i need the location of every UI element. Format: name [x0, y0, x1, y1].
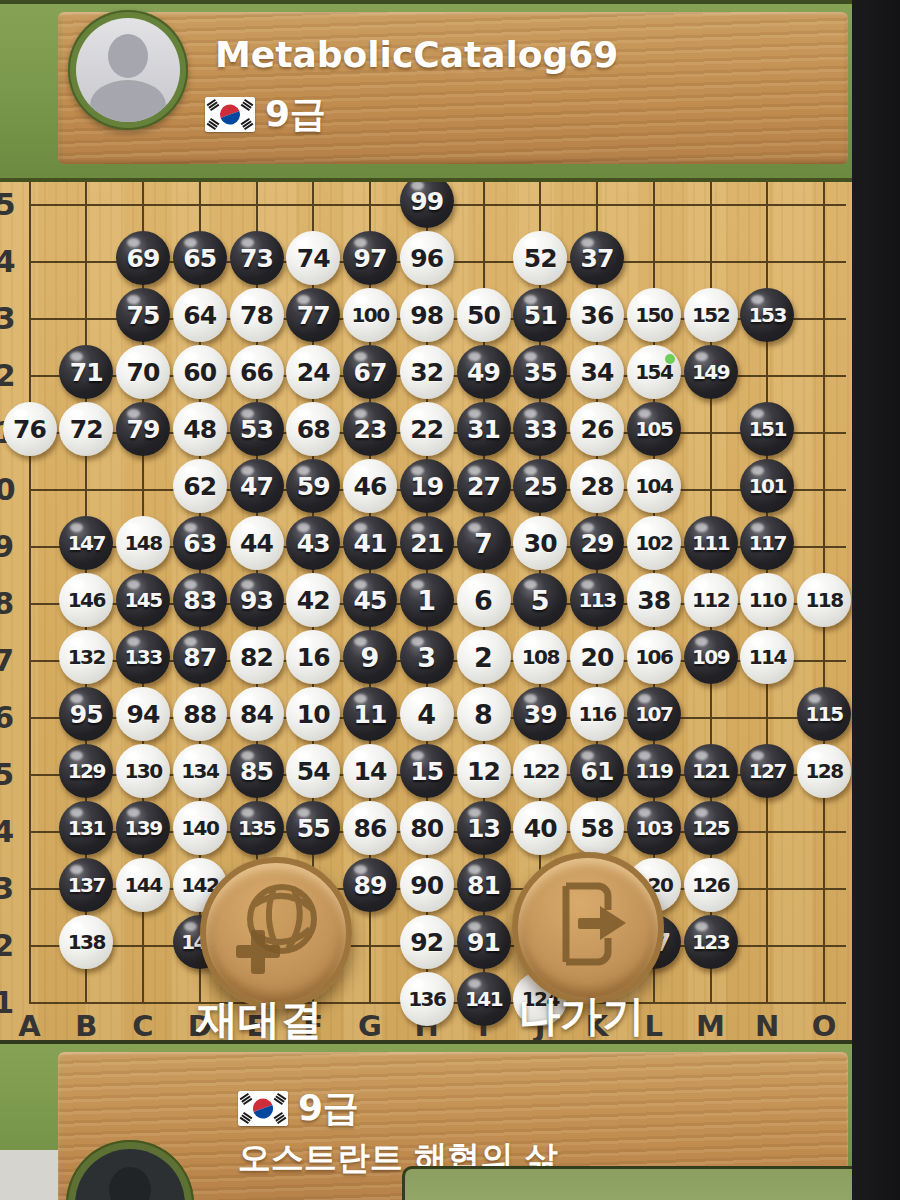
- stone-H10: 19: [400, 459, 454, 513]
- stone-N5: 127: [740, 744, 794, 798]
- stone-highlight: [468, 865, 481, 874]
- stone-J10: 25: [513, 459, 567, 513]
- stone-highlight: [184, 580, 197, 589]
- stone-J6: 39: [513, 687, 567, 741]
- stone-I8: 6: [457, 573, 511, 627]
- move-number: 67: [354, 360, 387, 385]
- stone-D8: 83: [173, 573, 227, 627]
- stone-D13: 64: [173, 288, 227, 342]
- move-number: 8: [474, 701, 493, 728]
- move-number: 122: [522, 761, 559, 781]
- stone-C12: 70: [116, 345, 170, 399]
- stone-highlight: [127, 523, 140, 532]
- stone-F10: 59: [286, 459, 340, 513]
- move-number: 39: [524, 702, 557, 727]
- stone-highlight: [354, 637, 367, 646]
- stone-highlight: [638, 808, 651, 817]
- avatar-silhouette-head: [109, 1167, 151, 1200]
- move-number: 25: [524, 474, 557, 499]
- stone-O6: 115: [797, 687, 851, 741]
- move-number: 96: [410, 246, 443, 271]
- move-number: 33: [524, 417, 557, 442]
- row-label-2: 2: [0, 928, 14, 963]
- move-number: 148: [124, 533, 161, 553]
- stone-highlight: [127, 637, 140, 646]
- row-label-15: 15: [0, 187, 14, 222]
- stone-D4: 140: [173, 801, 227, 855]
- stone-H15: 99: [400, 174, 454, 228]
- move-number: 86: [354, 816, 387, 841]
- stone-K8: 113: [570, 573, 624, 627]
- stone-highlight: [411, 295, 424, 304]
- move-number: 79: [127, 417, 160, 442]
- stone-J7: 108: [513, 630, 567, 684]
- stone-I1: 141: [457, 972, 511, 1026]
- exit-door-arrow-icon: [532, 868, 644, 980]
- move-number: 126: [692, 875, 729, 895]
- stone-B3: 137: [59, 858, 113, 912]
- move-number: 119: [635, 761, 672, 781]
- stone-highlight: [241, 523, 254, 532]
- stone-J5: 122: [513, 744, 567, 798]
- col-label-G: G: [350, 1009, 390, 1043]
- move-number: 15: [410, 759, 443, 784]
- stone-L6: 107: [627, 687, 681, 741]
- stone-E11: 53: [230, 402, 284, 456]
- stone-highlight: [695, 751, 708, 760]
- move-number: 131: [68, 818, 105, 838]
- stone-highlight: [241, 238, 254, 247]
- stone-highlight: [354, 352, 367, 361]
- stone-highlight: [184, 637, 197, 646]
- move-number: 78: [240, 303, 273, 328]
- move-number: 55: [297, 816, 330, 841]
- move-number: 52: [524, 246, 557, 271]
- move-number: 113: [578, 590, 615, 610]
- stone-highlight: [184, 694, 197, 703]
- stone-highlight: [695, 352, 708, 361]
- row-label-12: 12: [0, 358, 14, 393]
- move-number: 49: [467, 360, 500, 385]
- stone-D7: 87: [173, 630, 227, 684]
- stone-highlight: [184, 295, 197, 304]
- grid-vline-A: [29, 174, 31, 1004]
- stone-M9: 111: [684, 516, 738, 570]
- stone-G5: 14: [343, 744, 397, 798]
- stone-highlight: [241, 352, 254, 361]
- move-number: 150: [635, 305, 672, 325]
- stone-H7: 3: [400, 630, 454, 684]
- row-label-14: 14: [0, 244, 14, 279]
- move-number: 42: [297, 588, 330, 613]
- stone-highlight: [354, 523, 367, 532]
- stone-H9: 21: [400, 516, 454, 570]
- move-number: 38: [637, 588, 670, 613]
- row-label-9: 9: [0, 529, 14, 564]
- move-number: 23: [354, 417, 387, 442]
- stone-I11: 31: [457, 402, 511, 456]
- move-number: 89: [354, 873, 387, 898]
- stone-B4: 131: [59, 801, 113, 855]
- stone-G7: 9: [343, 630, 397, 684]
- move-number: 6: [474, 587, 493, 614]
- stone-M12: 149: [684, 345, 738, 399]
- opponent-avatar[interactable]: [68, 10, 188, 130]
- stone-highlight: [638, 523, 651, 532]
- stone-C9: 148: [116, 516, 170, 570]
- move-number: 87: [183, 645, 216, 670]
- stone-J14: 52: [513, 231, 567, 285]
- stone-highlight: [581, 466, 594, 475]
- move-number: 9: [361, 644, 380, 671]
- stone-highlight: [638, 751, 651, 760]
- col-label-N: N: [747, 1009, 787, 1043]
- stone-C11: 79: [116, 402, 170, 456]
- stone-C7: 133: [116, 630, 170, 684]
- move-number: 151: [749, 419, 786, 439]
- stone-N13: 153: [740, 288, 794, 342]
- move-number: 63: [183, 531, 216, 556]
- stone-H14: 96: [400, 231, 454, 285]
- move-number: 32: [410, 360, 443, 385]
- stone-highlight: [695, 637, 708, 646]
- move-number: 105: [635, 419, 672, 439]
- col-label-C: C: [123, 1009, 163, 1043]
- stone-F12: 24: [286, 345, 340, 399]
- move-number: 98: [410, 303, 443, 328]
- stone-J4: 40: [513, 801, 567, 855]
- stone-highlight: [411, 922, 424, 931]
- stone-B5: 129: [59, 744, 113, 798]
- move-number: 106: [635, 647, 672, 667]
- move-number: 115: [805, 704, 842, 724]
- stone-highlight: [241, 580, 254, 589]
- move-number: 2: [474, 644, 493, 671]
- stone-E10: 47: [230, 459, 284, 513]
- stone-highlight: [695, 580, 708, 589]
- stone-highlight: [638, 580, 651, 589]
- stone-highlight: [184, 409, 197, 418]
- stone-highlight: [581, 637, 594, 646]
- stone-F9: 43: [286, 516, 340, 570]
- move-number: 149: [692, 362, 729, 382]
- move-number: 90: [410, 873, 443, 898]
- row-label-4: 4: [0, 814, 14, 849]
- stone-G14: 97: [343, 231, 397, 285]
- move-number: 47: [240, 474, 273, 499]
- move-number: 73: [240, 246, 273, 271]
- stone-K7: 20: [570, 630, 624, 684]
- move-number: 138: [68, 932, 105, 952]
- stone-D5: 134: [173, 744, 227, 798]
- move-number: 135: [238, 818, 275, 838]
- stone-highlight: [354, 580, 367, 589]
- stone-E12: 66: [230, 345, 284, 399]
- stone-highlight: [581, 694, 594, 703]
- stone-C6: 94: [116, 687, 170, 741]
- stone-H4: 80: [400, 801, 454, 855]
- move-number: 68: [297, 417, 330, 442]
- move-number: 30: [524, 531, 557, 556]
- move-number: 111: [692, 533, 729, 553]
- move-number: 72: [70, 417, 103, 442]
- move-number: 147: [68, 533, 105, 553]
- move-number: 83: [183, 588, 216, 613]
- screen-edge-dark-strip: [852, 0, 900, 1200]
- stone-F6: 10: [286, 687, 340, 741]
- korea-flag-icon: [205, 97, 255, 132]
- stone-highlight: [468, 352, 481, 361]
- move-number: 34: [581, 360, 614, 385]
- move-number: 31: [467, 417, 500, 442]
- move-number: 109: [692, 647, 729, 667]
- stone-M5: 121: [684, 744, 738, 798]
- move-number: 48: [183, 417, 216, 442]
- col-label-M: M: [691, 1009, 731, 1043]
- stone-M13: 152: [684, 288, 738, 342]
- move-number: 35: [524, 360, 557, 385]
- globe-plus-icon: [220, 873, 332, 985]
- go-app-screen: 123456789101112131415ABCDEFGHIJKLMNO 996…: [0, 0, 900, 1200]
- row-label-10: 10: [0, 472, 14, 507]
- move-number: 94: [127, 702, 160, 727]
- stone-E7: 82: [230, 630, 284, 684]
- move-number: 154: [635, 362, 672, 382]
- go-board[interactable]: 123456789101112131415ABCDEFGHIJKLMNO 996…: [0, 174, 852, 1040]
- stone-K14: 37: [570, 231, 624, 285]
- stone-highlight: [411, 694, 424, 703]
- stone-highlight: [184, 466, 197, 475]
- stone-F7: 16: [286, 630, 340, 684]
- stone-L13: 150: [627, 288, 681, 342]
- stone-K9: 29: [570, 516, 624, 570]
- stone-E9: 44: [230, 516, 284, 570]
- move-number: 27: [467, 474, 500, 499]
- move-number: 139: [124, 818, 161, 838]
- move-number: 11: [354, 702, 387, 727]
- stone-highlight: [241, 409, 254, 418]
- stone-highlight: [468, 694, 481, 703]
- stone-L5: 119: [627, 744, 681, 798]
- rematch-button[interactable]: [200, 857, 352, 1009]
- move-number: 85: [240, 759, 273, 784]
- stone-highlight: [127, 865, 140, 874]
- stone-I12: 49: [457, 345, 511, 399]
- stone-D10: 62: [173, 459, 227, 513]
- move-number: 77: [297, 303, 330, 328]
- stone-I4: 13: [457, 801, 511, 855]
- stone-C3: 144: [116, 858, 170, 912]
- move-number: 140: [181, 818, 218, 838]
- stone-B2: 138: [59, 915, 113, 969]
- row-label-3: 3: [0, 871, 14, 906]
- move-number: 65: [183, 246, 216, 271]
- move-number: 12: [467, 759, 500, 784]
- stone-M4: 125: [684, 801, 738, 855]
- stone-highlight: [127, 352, 140, 361]
- stone-G9: 41: [343, 516, 397, 570]
- move-number: 61: [581, 759, 614, 784]
- stone-highlight: [127, 694, 140, 703]
- move-number: 50: [467, 303, 500, 328]
- move-number: 43: [297, 531, 330, 556]
- stone-E14: 73: [230, 231, 284, 285]
- stone-highlight: [127, 580, 140, 589]
- move-number: 134: [181, 761, 218, 781]
- move-number: 93: [240, 588, 273, 613]
- stone-K10: 28: [570, 459, 624, 513]
- stone-highlight: [241, 694, 254, 703]
- stone-B8: 146: [59, 573, 113, 627]
- stone-highlight: [14, 409, 27, 418]
- opponent-rank: 9급: [265, 90, 326, 139]
- move-number: 136: [408, 989, 445, 1009]
- move-number: 114: [749, 647, 786, 667]
- stone-L8: 38: [627, 573, 681, 627]
- stone-highlight: [411, 181, 424, 190]
- move-number: 13: [467, 816, 500, 841]
- stone-M2: 123: [684, 915, 738, 969]
- move-number: 24: [297, 360, 330, 385]
- move-number: 70: [127, 360, 160, 385]
- stone-highlight: [638, 694, 651, 703]
- move-number: 44: [240, 531, 273, 556]
- stone-highlight: [411, 466, 424, 475]
- stone-highlight: [695, 808, 708, 817]
- stone-highlight: [411, 979, 424, 988]
- stone-highlight: [184, 238, 197, 247]
- move-number: 145: [124, 590, 161, 610]
- stone-L4: 103: [627, 801, 681, 855]
- move-number: 37: [581, 246, 614, 271]
- col-label-O: O: [804, 1009, 844, 1043]
- stone-H11: 22: [400, 402, 454, 456]
- opponent-name: MetabolicCatalog69: [215, 34, 618, 75]
- stone-highlight: [411, 808, 424, 817]
- stone-highlight: [411, 865, 424, 874]
- stone-F14: 74: [286, 231, 340, 285]
- stone-highlight: [354, 808, 367, 817]
- stone-G11: 23: [343, 402, 397, 456]
- move-number: 4: [417, 701, 436, 728]
- footer-inset-panel: [402, 1166, 852, 1200]
- stone-highlight: [581, 808, 594, 817]
- move-number: 14: [354, 759, 387, 784]
- avatar-silhouette-body: [90, 80, 166, 122]
- stone-F5: 54: [286, 744, 340, 798]
- stone-highlight: [241, 637, 254, 646]
- move-number: 60: [183, 360, 216, 385]
- move-number: 81: [467, 873, 500, 898]
- stone-E6: 84: [230, 687, 284, 741]
- stone-highlight: [411, 580, 424, 589]
- stone-highlight: [184, 865, 197, 874]
- stone-B7: 132: [59, 630, 113, 684]
- stone-M7: 109: [684, 630, 738, 684]
- last-move-marker: [665, 354, 675, 364]
- stone-highlight: [184, 808, 197, 817]
- stone-I6: 8: [457, 687, 511, 741]
- stone-I2: 91: [457, 915, 511, 969]
- stone-highlight: [468, 637, 481, 646]
- stone-highlight: [468, 922, 481, 931]
- stone-highlight: [411, 352, 424, 361]
- stone-B9: 147: [59, 516, 113, 570]
- leave-button-label[interactable]: 나가기: [518, 988, 644, 1044]
- stone-highlight: [354, 865, 367, 874]
- stone-K4: 58: [570, 801, 624, 855]
- move-number: 40: [524, 816, 557, 841]
- leave-button[interactable]: [512, 852, 664, 1004]
- stone-highlight: [638, 295, 651, 304]
- player-panel: 9급 오스트란트 해협의 삶: [0, 1040, 852, 1200]
- col-label-B: B: [66, 1009, 106, 1043]
- stone-highlight: [808, 694, 821, 703]
- stone-highlight: [808, 580, 821, 589]
- stone-highlight: [411, 637, 424, 646]
- stone-C14: 69: [116, 231, 170, 285]
- move-number: 95: [70, 702, 103, 727]
- move-number: 64: [183, 303, 216, 328]
- stone-F13: 77: [286, 288, 340, 342]
- stone-highlight: [468, 523, 481, 532]
- move-number: 99: [410, 189, 443, 214]
- stone-highlight: [468, 409, 481, 418]
- opponent-panel: MetabolicCatalog69 9급: [0, 0, 852, 182]
- move-number: 7: [474, 530, 493, 557]
- stone-J9: 30: [513, 516, 567, 570]
- stone-C5: 130: [116, 744, 170, 798]
- move-number: 82: [240, 645, 273, 670]
- stone-highlight: [581, 352, 594, 361]
- stone-highlight: [581, 751, 594, 760]
- stone-highlight: [241, 808, 254, 817]
- move-number: 101: [749, 476, 786, 496]
- stone-A11: 76: [3, 402, 57, 456]
- stone-C4: 139: [116, 801, 170, 855]
- stone-highlight: [581, 409, 594, 418]
- stone-L10: 104: [627, 459, 681, 513]
- col-label-A: A: [10, 1009, 50, 1043]
- move-number: 3: [417, 644, 436, 671]
- stone-E5: 85: [230, 744, 284, 798]
- stone-highlight: [468, 808, 481, 817]
- stone-highlight: [241, 295, 254, 304]
- stone-E8: 93: [230, 573, 284, 627]
- move-number: 5: [531, 587, 550, 614]
- move-number: 20: [581, 645, 614, 670]
- stone-L12: 154: [627, 345, 681, 399]
- stone-highlight: [638, 352, 651, 361]
- move-number: 137: [68, 875, 105, 895]
- stone-G3: 89: [343, 858, 397, 912]
- stone-highlight: [354, 466, 367, 475]
- stone-F8: 42: [286, 573, 340, 627]
- move-number: 59: [297, 474, 330, 499]
- stone-H2: 92: [400, 915, 454, 969]
- photo-background-corner: [0, 1150, 58, 1200]
- move-number: 129: [68, 761, 105, 781]
- move-number: 19: [410, 474, 443, 499]
- stone-highlight: [468, 751, 481, 760]
- stone-G4: 86: [343, 801, 397, 855]
- move-number: 21: [410, 531, 443, 556]
- stone-G10: 46: [343, 459, 397, 513]
- move-number: 144: [124, 875, 161, 895]
- stone-M3: 126: [684, 858, 738, 912]
- move-number: 121: [692, 761, 729, 781]
- move-number: 36: [581, 303, 614, 328]
